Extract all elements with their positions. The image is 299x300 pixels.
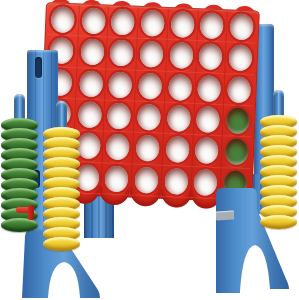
board-cell-r2-c6 <box>195 41 226 73</box>
board-cell-r2-c5 <box>165 40 196 72</box>
hole <box>109 71 133 98</box>
hole <box>226 108 250 135</box>
hole <box>167 105 191 132</box>
hole <box>199 44 223 71</box>
right-yellow-disc-stack <box>260 115 297 229</box>
board-cell-r1-c4 <box>137 8 168 40</box>
handle-slot <box>35 57 42 78</box>
hole <box>230 14 254 41</box>
hole <box>194 169 218 196</box>
board-cell-r1-c1 <box>48 4 79 36</box>
yellow-disc <box>43 237 80 251</box>
board-cell-r2-c3 <box>106 38 137 70</box>
board-cell-r1-c5 <box>166 9 197 41</box>
hole <box>136 135 160 162</box>
hole <box>164 168 188 195</box>
hole <box>229 45 253 72</box>
board-cell-r5-c6 <box>191 135 222 167</box>
board-cell-r3-c3 <box>105 69 136 102</box>
left-yellow-disc-stack <box>43 127 80 251</box>
release-lever-hook <box>28 205 34 220</box>
hole <box>51 6 75 33</box>
board-cell-r2-c7 <box>225 43 256 75</box>
board-cell-r3-c4 <box>134 70 165 103</box>
hole <box>134 167 158 194</box>
board-cell-r1-c2 <box>77 5 108 37</box>
board-cell-r1-c6 <box>196 10 227 42</box>
board-cell-r3-c6 <box>194 73 225 106</box>
board-cell-r1-c7 <box>226 11 257 43</box>
board-cell-r6-c4 <box>130 164 161 197</box>
hole <box>81 8 105 35</box>
board-cell-r2-c2 <box>76 37 107 69</box>
board-cell-r5-c7 <box>221 137 252 169</box>
board-cell-r4-c3 <box>103 100 134 132</box>
hole <box>106 134 130 161</box>
board-cell-r5-c5 <box>161 134 192 166</box>
hole <box>198 75 222 102</box>
hole <box>195 138 219 165</box>
hole <box>141 10 165 37</box>
hole <box>79 70 103 97</box>
board-cell-r3-c7 <box>223 74 254 107</box>
product-photo-giant-connect-four <box>0 0 299 300</box>
hole <box>168 74 192 101</box>
board-cell-r4-c7 <box>222 105 253 137</box>
hole <box>111 9 135 36</box>
board-cell-r3-c2 <box>75 68 106 101</box>
hole <box>78 102 102 129</box>
board-cell-r2-c4 <box>135 39 166 71</box>
board-cell-r4-c5 <box>163 103 194 135</box>
board-cell-r1-c3 <box>107 7 138 39</box>
label-sticker <box>216 211 234 221</box>
hole <box>200 12 224 39</box>
hole <box>138 73 162 100</box>
hole <box>139 41 163 68</box>
board-cell-r4-c6 <box>192 104 223 136</box>
hole <box>225 139 249 166</box>
board-cell-r5-c4 <box>132 133 163 165</box>
hole <box>196 106 220 133</box>
hole <box>110 40 134 67</box>
hole <box>170 11 194 38</box>
hole <box>227 76 251 103</box>
hole <box>169 43 193 70</box>
board-cell-r4-c4 <box>133 102 164 134</box>
board-cell-r5-c3 <box>102 132 133 164</box>
hole <box>80 39 104 66</box>
hole <box>137 104 161 131</box>
board-cell-r3-c5 <box>164 71 195 104</box>
yellow-disc <box>260 215 297 229</box>
release-lever <box>16 204 38 221</box>
hole <box>165 136 189 163</box>
board-cell-r6-c5 <box>160 165 191 198</box>
hole <box>107 103 131 130</box>
hole <box>105 165 129 192</box>
board-cell-r6-c3 <box>101 163 132 196</box>
